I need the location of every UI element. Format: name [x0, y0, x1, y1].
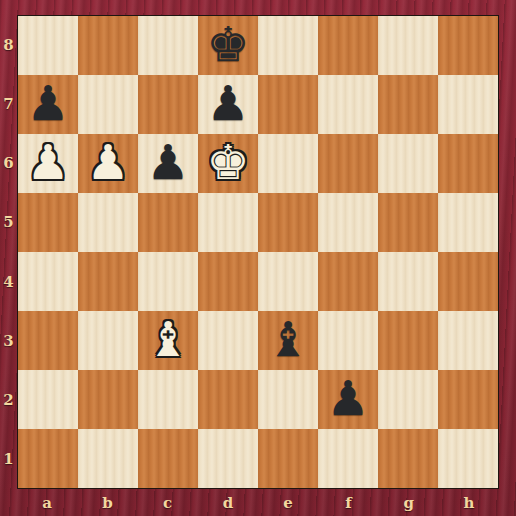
square-d3[interactable] — [198, 311, 258, 370]
rank-label-4: 4 — [0, 252, 17, 311]
square-h4[interactable] — [438, 252, 498, 311]
square-e3[interactable]: ♝ — [258, 311, 318, 370]
square-f3[interactable] — [318, 311, 378, 370]
square-f4[interactable] — [318, 252, 378, 311]
square-d4[interactable] — [198, 252, 258, 311]
square-h5[interactable] — [438, 193, 498, 252]
square-d6[interactable]: ♚ — [198, 134, 258, 193]
square-e6[interactable] — [258, 134, 318, 193]
square-e1[interactable] — [258, 429, 318, 488]
square-f6[interactable] — [318, 134, 378, 193]
square-a6[interactable]: ♟ — [18, 134, 78, 193]
file-label-f: f — [318, 489, 378, 516]
piece-black-king[interactable]: ♚ — [206, 20, 249, 68]
file-label-c: c — [138, 489, 198, 516]
square-h8[interactable] — [438, 16, 498, 75]
square-g3[interactable] — [378, 311, 438, 370]
square-c1[interactable] — [138, 429, 198, 488]
piece-black-pawn[interactable]: ♟ — [206, 79, 249, 127]
square-a1[interactable] — [18, 429, 78, 488]
square-a4[interactable] — [18, 252, 78, 311]
square-h1[interactable] — [438, 429, 498, 488]
square-a3[interactable] — [18, 311, 78, 370]
chess-board: ♚♟♟♟♟♟♚♝♝♟ — [17, 15, 499, 489]
square-b2[interactable] — [78, 370, 138, 429]
rank-label-3: 3 — [0, 311, 17, 370]
piece-white-king[interactable]: ♚ — [206, 138, 249, 186]
square-c5[interactable] — [138, 193, 198, 252]
rank-label-7: 7 — [0, 74, 17, 133]
file-label-b: b — [77, 489, 137, 516]
square-c2[interactable] — [138, 370, 198, 429]
square-e2[interactable] — [258, 370, 318, 429]
square-b3[interactable] — [78, 311, 138, 370]
square-e5[interactable] — [258, 193, 318, 252]
square-d5[interactable] — [198, 193, 258, 252]
square-b8[interactable] — [78, 16, 138, 75]
square-h3[interactable] — [438, 311, 498, 370]
square-b5[interactable] — [78, 193, 138, 252]
square-f5[interactable] — [318, 193, 378, 252]
square-g4[interactable] — [378, 252, 438, 311]
square-h6[interactable] — [438, 134, 498, 193]
board-frame: 87654321 ♚♟♟♟♟♟♚♝♝♟ abcdefgh — [0, 0, 516, 516]
square-e7[interactable] — [258, 75, 318, 134]
square-a5[interactable] — [18, 193, 78, 252]
square-d8[interactable]: ♚ — [198, 16, 258, 75]
rank-label-8: 8 — [0, 15, 17, 74]
rank-label-5: 5 — [0, 193, 17, 252]
piece-black-pawn[interactable]: ♟ — [26, 79, 69, 127]
square-d1[interactable] — [198, 429, 258, 488]
square-f7[interactable] — [318, 75, 378, 134]
piece-black-pawn[interactable]: ♟ — [146, 138, 189, 186]
square-g2[interactable] — [378, 370, 438, 429]
file-label-d: d — [198, 489, 258, 516]
square-e8[interactable] — [258, 16, 318, 75]
square-a8[interactable] — [18, 16, 78, 75]
square-c6[interactable]: ♟ — [138, 134, 198, 193]
square-f2[interactable]: ♟ — [318, 370, 378, 429]
piece-white-pawn[interactable]: ♟ — [26, 138, 69, 186]
square-c3[interactable]: ♝ — [138, 311, 198, 370]
piece-black-pawn[interactable]: ♟ — [326, 374, 369, 422]
file-label-h: h — [439, 489, 499, 516]
rank-label-1: 1 — [0, 430, 17, 489]
rank-label-2: 2 — [0, 371, 17, 430]
square-g7[interactable] — [378, 75, 438, 134]
square-b1[interactable] — [78, 429, 138, 488]
square-g8[interactable] — [378, 16, 438, 75]
square-h7[interactable] — [438, 75, 498, 134]
square-g5[interactable] — [378, 193, 438, 252]
square-c4[interactable] — [138, 252, 198, 311]
square-c8[interactable] — [138, 16, 198, 75]
piece-white-bishop[interactable]: ♝ — [146, 315, 189, 363]
square-h2[interactable] — [438, 370, 498, 429]
square-g1[interactable] — [378, 429, 438, 488]
square-a7[interactable]: ♟ — [18, 75, 78, 134]
square-b4[interactable] — [78, 252, 138, 311]
square-b7[interactable] — [78, 75, 138, 134]
file-label-a: a — [17, 489, 77, 516]
file-label-e: e — [258, 489, 318, 516]
square-f1[interactable] — [318, 429, 378, 488]
square-c7[interactable] — [138, 75, 198, 134]
square-d2[interactable] — [198, 370, 258, 429]
file-labels: abcdefgh — [17, 489, 499, 516]
piece-black-bishop[interactable]: ♝ — [266, 315, 309, 363]
square-e4[interactable] — [258, 252, 318, 311]
rank-label-6: 6 — [0, 134, 17, 193]
square-a2[interactable] — [18, 370, 78, 429]
square-b6[interactable]: ♟ — [78, 134, 138, 193]
rank-labels: 87654321 — [0, 15, 17, 489]
piece-white-pawn[interactable]: ♟ — [86, 138, 129, 186]
square-d7[interactable]: ♟ — [198, 75, 258, 134]
square-g6[interactable] — [378, 134, 438, 193]
square-f8[interactable] — [318, 16, 378, 75]
file-label-g: g — [379, 489, 439, 516]
